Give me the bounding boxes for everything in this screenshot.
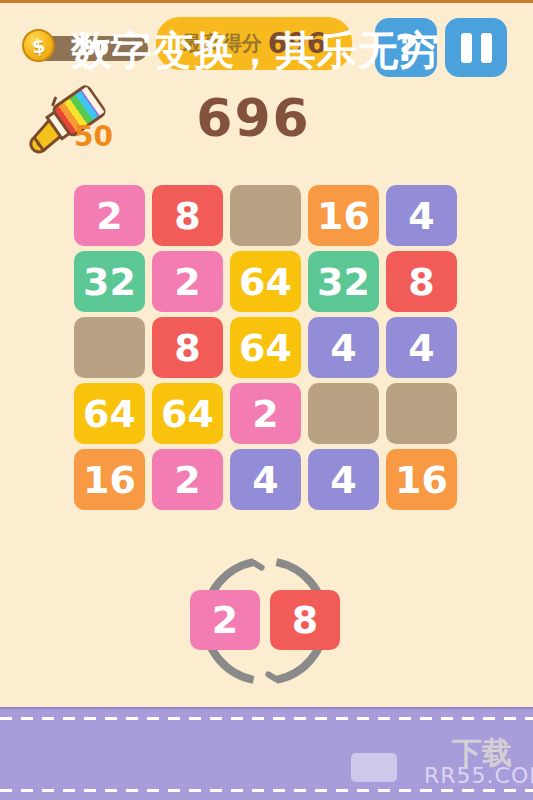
board-cell[interactable]: 64 (230, 251, 301, 312)
banner-dashed-line-top (0, 717, 533, 720)
board-cell[interactable]: 16 (74, 449, 145, 510)
board-cell[interactable]: 32 (74, 251, 145, 312)
banner-slogan: 数字变换，其乐无穷 (0, 23, 522, 78)
board-cell[interactable]: 16 (386, 449, 457, 510)
board-cell[interactable]: 2 (152, 251, 223, 312)
top-edge-strip (0, 0, 533, 3)
board-cell-empty (308, 383, 379, 444)
swap-tile-left: 2 (190, 590, 260, 650)
swap-tile-right: 8 (270, 590, 340, 650)
board-cell[interactable]: 8 (386, 251, 457, 312)
board-cell-empty (230, 185, 301, 246)
board-cell[interactable]: 64 (230, 317, 301, 378)
board-cell[interactable]: 16 (308, 185, 379, 246)
board-cell[interactable]: 32 (308, 251, 379, 312)
game-screen: $ 807 最高得分 696 ? (0, 0, 533, 800)
current-score: 696 (0, 88, 520, 148)
board-cell[interactable]: 64 (152, 383, 223, 444)
watermark-site-text: RR55.COM (424, 763, 533, 788)
board-cell[interactable]: 4 (386, 185, 457, 246)
board-cell[interactable]: 64 (74, 383, 145, 444)
watermark-box (351, 753, 397, 782)
board-cell[interactable]: 2 (152, 449, 223, 510)
board: 281643226432886444646421624416 (74, 185, 457, 510)
board-cell[interactable]: 4 (386, 317, 457, 378)
board-cell[interactable]: 8 (152, 317, 223, 378)
board-cell[interactable]: 4 (230, 449, 301, 510)
board-cell[interactable]: 2 (74, 185, 145, 246)
board-cell[interactable]: 4 (308, 449, 379, 510)
banner-dashed-line-bottom (0, 789, 533, 792)
board-cell[interactable]: 8 (152, 185, 223, 246)
board-cell[interactable]: 4 (308, 317, 379, 378)
board-cell[interactable]: 2 (230, 383, 301, 444)
board-cell-empty (74, 317, 145, 378)
board-cell-empty (386, 383, 457, 444)
